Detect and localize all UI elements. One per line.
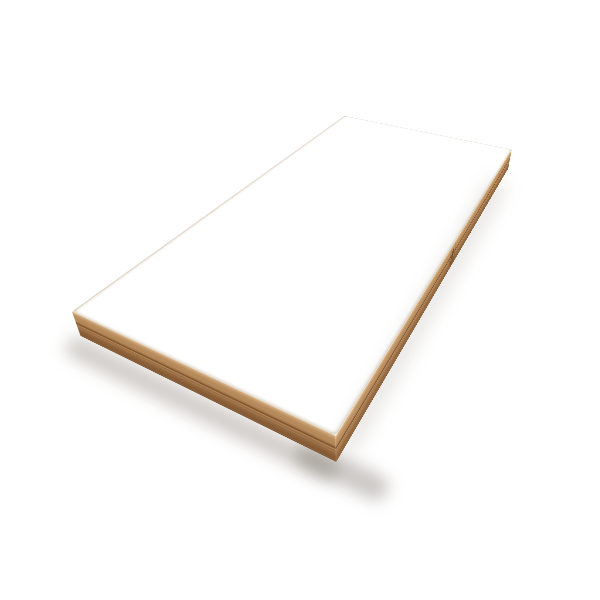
scene — [0, 0, 600, 600]
frame-outer — [104, 123, 485, 389]
frame-inner — [107, 124, 482, 384]
squares-grid — [107, 124, 482, 384]
